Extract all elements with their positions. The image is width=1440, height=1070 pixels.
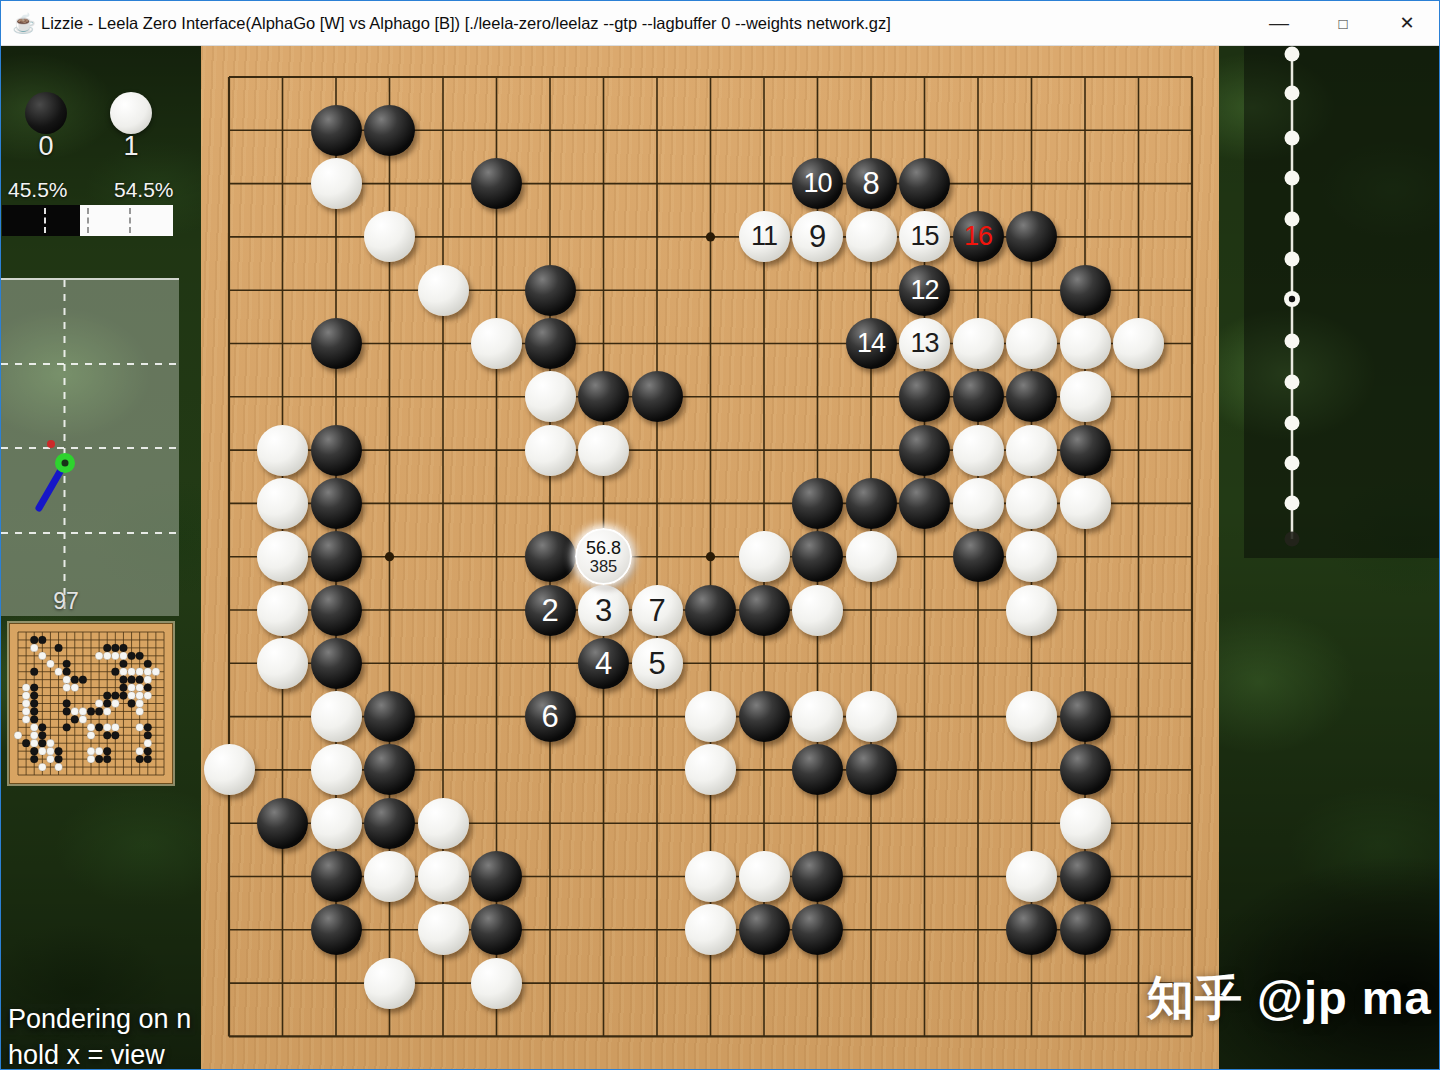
watermark: 知乎 @jp ma — [1147, 967, 1432, 1030]
go-stone-white — [257, 638, 308, 689]
tree-node[interactable] — [1285, 47, 1300, 62]
go-stone-white — [953, 425, 1004, 476]
tree-node[interactable] — [1285, 334, 1300, 349]
tree-node[interactable] — [1285, 375, 1300, 390]
tree-node[interactable] — [1285, 252, 1300, 267]
go-stone-white — [1006, 585, 1057, 636]
go-stone-white — [471, 958, 522, 1009]
go-stone-white — [525, 371, 576, 422]
maximize-button[interactable]: □ — [1311, 1, 1375, 45]
go-stone-move-11: 11 — [739, 211, 790, 262]
go-stone-black — [1006, 371, 1057, 422]
move-number-7: 7 — [648, 595, 665, 626]
go-stone-move-3: 3 — [578, 585, 629, 636]
go-stone-white — [1060, 798, 1111, 849]
go-stone-white — [364, 958, 415, 1009]
go-stone-black — [311, 318, 362, 369]
go-stone-black — [1060, 691, 1111, 742]
go-stone-black — [311, 638, 362, 689]
variation-preview-grid — [10, 624, 172, 783]
window-controls: — □ ✕ — [1247, 1, 1439, 45]
winrate-bar-black-segment — [2, 205, 80, 236]
winrate-bar-tick — [129, 208, 131, 233]
go-stone-black — [792, 744, 843, 795]
go-stone-white — [1006, 425, 1057, 476]
winrate-graph-plot — [1, 280, 179, 616]
go-stone-white — [311, 798, 362, 849]
go-stone-black — [953, 531, 1004, 582]
go-stone-move-14: 14 — [846, 318, 897, 369]
close-button[interactable]: ✕ — [1375, 1, 1439, 45]
go-stone-black — [1060, 265, 1111, 316]
go-stone-white — [792, 585, 843, 636]
move-number-16: 16 — [964, 223, 992, 250]
move-number-14: 14 — [857, 330, 885, 357]
tree-node[interactable] — [1285, 416, 1300, 431]
move-number-label: 97 — [31, 588, 101, 615]
go-stone-white — [418, 904, 469, 955]
go-stone-black — [1006, 211, 1057, 262]
java-app-icon: ☕ — [11, 12, 37, 35]
go-stone-black — [632, 371, 683, 422]
go-stone-black — [471, 904, 522, 955]
move-number-6: 6 — [541, 701, 558, 732]
go-board[interactable]: 1081191516121413237456 56.8 385 — [201, 46, 1219, 1070]
lizzie-window: ☕ Lizzie - Leela Zero Interface(AlphaGo … — [0, 0, 1440, 1070]
board-stones: 1081191516121413237456 — [201, 46, 1219, 1070]
move-tree[interactable] — [1219, 46, 1440, 1070]
move-number-9: 9 — [809, 221, 826, 252]
go-stone-white — [1006, 691, 1057, 742]
go-stone-black — [739, 585, 790, 636]
go-stone-black — [471, 851, 522, 902]
go-stone-white — [257, 585, 308, 636]
go-stone-move-12: 12 — [899, 265, 950, 316]
go-stone-move-10: 10 — [792, 158, 843, 209]
go-stone-black — [1060, 744, 1111, 795]
go-stone-white — [1060, 478, 1111, 529]
go-stone-move-13: 13 — [899, 318, 950, 369]
go-stone-white — [1060, 371, 1111, 422]
go-stone-black — [311, 851, 362, 902]
go-stone-black — [846, 744, 897, 795]
move-number-12: 12 — [910, 277, 938, 304]
winrate-bar-white-segment — [80, 205, 173, 236]
go-stone-black — [311, 105, 362, 156]
window-title: Lizzie - Leela Zero Interface(AlphaGo [W… — [41, 14, 891, 33]
go-stone-white — [364, 851, 415, 902]
winrate-graph[interactable]: 97 — [1, 278, 179, 616]
black-winrate-label: 45.5% — [8, 178, 68, 202]
status-line-1: Pondering on n — [4, 1004, 195, 1035]
status-line-2: hold x = view — [4, 1040, 169, 1070]
go-stone-white — [204, 744, 255, 795]
tree-node[interactable] — [1285, 456, 1300, 471]
go-stone-white — [364, 211, 415, 262]
go-stone-white — [257, 425, 308, 476]
go-stone-black — [311, 478, 362, 529]
suggestion-visits: 385 — [590, 558, 618, 575]
go-stone-black — [739, 904, 790, 955]
tree-node[interactable] — [1285, 212, 1300, 227]
go-stone-black — [846, 478, 897, 529]
go-stone-white — [685, 691, 736, 742]
black-capture-count: 0 — [25, 131, 67, 162]
go-stone-white — [1113, 318, 1164, 369]
go-stone-black — [899, 478, 950, 529]
go-stone-black — [311, 425, 362, 476]
go-stone-black — [792, 478, 843, 529]
tree-node[interactable] — [1285, 171, 1300, 186]
go-stone-move-15: 15 — [899, 211, 950, 262]
tree-node[interactable] — [1285, 496, 1300, 511]
go-stone-white — [792, 691, 843, 742]
go-stone-white — [471, 318, 522, 369]
go-stone-white — [525, 425, 576, 476]
go-stone-move-6: 6 — [525, 691, 576, 742]
go-stone-black — [685, 585, 736, 636]
go-stone-black — [471, 158, 522, 209]
winrate-bar-tick — [44, 208, 46, 233]
captured-black-stone-icon — [25, 92, 67, 134]
go-stone-black — [792, 904, 843, 955]
tree-node-current-center — [1289, 296, 1295, 302]
left-analysis-panel: 0 1 45.5% 54.5% 97 Pondering on n hold x… — [1, 46, 201, 1070]
go-stone-white — [846, 691, 897, 742]
go-stone-white — [1006, 478, 1057, 529]
go-stone-black — [311, 904, 362, 955]
white-capture-count: 1 — [110, 131, 152, 162]
move-number-8: 8 — [862, 168, 879, 199]
winrate-bar-tick — [87, 208, 89, 233]
go-stone-white — [685, 851, 736, 902]
go-stone-black — [525, 265, 576, 316]
go-stone-white — [418, 851, 469, 902]
go-stone-white — [578, 425, 629, 476]
go-stone-white — [953, 318, 1004, 369]
go-stone-black — [792, 531, 843, 582]
go-stone-white — [846, 531, 897, 582]
go-stone-white — [311, 158, 362, 209]
window-titlebar[interactable]: ☕ Lizzie - Leela Zero Interface(AlphaGo … — [1, 1, 1439, 46]
go-stone-move-9: 9 — [792, 211, 843, 262]
move-number-10: 10 — [803, 170, 831, 197]
go-stone-white — [311, 744, 362, 795]
go-stone-black — [1006, 904, 1057, 955]
suggested-move-stone[interactable]: 56.8 385 — [575, 528, 632, 585]
go-stone-move-4: 4 — [578, 638, 629, 689]
move-number-3: 3 — [595, 595, 612, 626]
suggestion-winrate: 56.8 — [586, 539, 621, 557]
tree-node-latest[interactable] — [1285, 532, 1300, 547]
white-winrate-label: 54.5% — [114, 178, 174, 202]
go-stone-black — [525, 531, 576, 582]
go-stone-white — [1006, 531, 1057, 582]
go-stone-white — [257, 531, 308, 582]
go-stone-black — [311, 585, 362, 636]
go-stone-white — [846, 211, 897, 262]
variation-preview-board — [9, 623, 173, 784]
go-stone-move-5: 5 — [632, 638, 683, 689]
go-stone-move-16: 16 — [953, 211, 1004, 262]
move-number-11: 11 — [751, 223, 777, 250]
move-number-13: 13 — [910, 330, 938, 357]
tree-node[interactable] — [1285, 131, 1300, 146]
go-stone-white — [1006, 318, 1057, 369]
go-stone-black — [792, 851, 843, 902]
go-stone-black — [1060, 425, 1111, 476]
go-stone-white — [739, 531, 790, 582]
go-stone-white — [685, 904, 736, 955]
go-stone-black — [899, 158, 950, 209]
go-stone-black — [364, 744, 415, 795]
go-stone-white — [257, 478, 308, 529]
captured-white-stone-icon — [110, 92, 152, 134]
go-stone-white — [739, 851, 790, 902]
go-stone-black — [364, 691, 415, 742]
go-stone-black — [953, 371, 1004, 422]
go-stone-black — [364, 105, 415, 156]
go-stone-black — [739, 691, 790, 742]
go-stone-black — [257, 798, 308, 849]
move-number-5: 5 — [648, 648, 665, 679]
go-stone-black — [899, 425, 950, 476]
tree-node[interactable] — [1285, 86, 1300, 101]
minimize-button[interactable]: — — [1247, 1, 1311, 45]
go-stone-black — [364, 798, 415, 849]
go-stone-move-2: 2 — [525, 585, 576, 636]
go-stone-white — [311, 691, 362, 742]
go-stone-black — [899, 371, 950, 422]
move-number-4: 4 — [595, 648, 612, 679]
go-stone-black — [1060, 904, 1111, 955]
go-stone-black — [525, 318, 576, 369]
go-stone-black — [1060, 851, 1111, 902]
go-stone-white — [418, 265, 469, 316]
go-stone-white — [1060, 318, 1111, 369]
go-stone-white — [685, 744, 736, 795]
go-stone-white — [418, 798, 469, 849]
right-tree-panel — [1219, 46, 1440, 1070]
go-stone-move-8: 8 — [846, 158, 897, 209]
go-stone-white — [953, 478, 1004, 529]
move-number-2: 2 — [541, 595, 558, 626]
move-number-15: 15 — [910, 223, 938, 250]
go-stone-black — [311, 531, 362, 582]
go-stone-move-7: 7 — [632, 585, 683, 636]
go-stone-white — [1006, 851, 1057, 902]
go-stone-black — [578, 371, 629, 422]
